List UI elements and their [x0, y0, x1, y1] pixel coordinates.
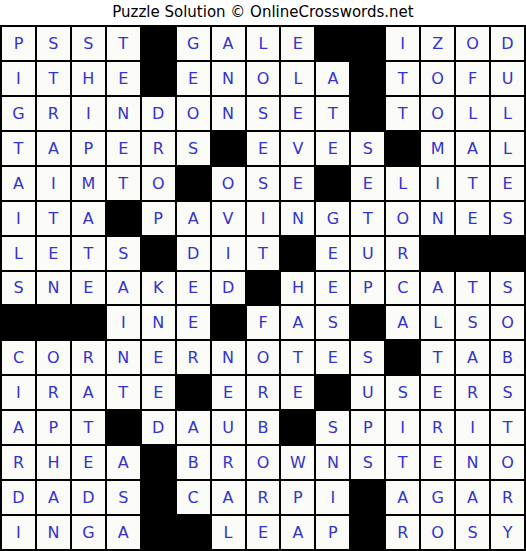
block-cell-r9c7 — [212, 306, 245, 339]
letter-cell-r2c1: I — [2, 62, 35, 95]
letter-cell-r1c15: D — [491, 27, 524, 60]
letter-cell-r4c15: L — [491, 132, 524, 165]
letter-cell-r2c12: T — [386, 62, 419, 95]
letter-cell-r10c8: O — [247, 341, 280, 374]
letter-cell-r4c6: S — [177, 132, 210, 165]
letter-cell-r2c9: L — [281, 62, 314, 95]
letter-cell-r11c13: E — [421, 376, 454, 409]
letter-cell-r13c3: E — [72, 446, 105, 479]
letter-cell-r4c8: E — [247, 132, 280, 165]
letter-cell-r5c4: T — [107, 167, 140, 200]
letter-cell-r3c9: E — [281, 97, 314, 130]
letter-cell-r1c9: E — [281, 27, 314, 60]
letter-cell-r1c14: O — [456, 27, 489, 60]
letter-cell-r8c5: K — [142, 272, 175, 305]
letter-cell-r3c5: D — [142, 97, 175, 130]
letter-cell-r10c14: A — [456, 341, 489, 374]
letter-cell-r3c4: N — [107, 97, 140, 130]
letter-cell-r8c10: E — [316, 272, 349, 305]
letter-cell-r4c5: R — [142, 132, 175, 165]
letter-cell-r8c14: T — [456, 272, 489, 305]
letter-cell-r11c15: S — [491, 376, 524, 409]
letter-cell-r10c1: C — [2, 341, 35, 374]
letter-cell-r4c11: S — [351, 132, 384, 165]
letter-cell-r6c6: A — [177, 202, 210, 235]
letter-cell-r12c12: I — [386, 411, 419, 444]
letter-cell-r15c3: G — [72, 516, 105, 549]
letter-cell-r6c3: A — [72, 202, 105, 235]
block-cell-r6c4 — [107, 202, 140, 235]
block-cell-r5c6 — [177, 167, 210, 200]
letter-cell-r6c8: I — [247, 202, 280, 235]
letter-cell-r15c14: S — [456, 516, 489, 549]
block-cell-r8c8 — [247, 272, 280, 305]
letter-cell-r2c13: O — [421, 62, 454, 95]
letter-cell-r6c1: I — [2, 202, 35, 235]
letter-cell-r12c11: P — [351, 411, 384, 444]
letter-cell-r14c12: A — [386, 481, 419, 514]
letter-cell-r11c8: R — [247, 376, 280, 409]
letter-cell-r8c1: S — [2, 272, 35, 305]
letter-cell-r10c11: S — [351, 341, 384, 374]
letter-cell-r6c15: S — [491, 202, 524, 235]
letter-cell-r12c13: R — [421, 411, 454, 444]
letter-cell-r11c3: A — [72, 376, 105, 409]
letter-cell-r10c6: R — [177, 341, 210, 374]
letter-cell-r2c4: E — [107, 62, 140, 95]
letter-cell-r11c7: E — [212, 376, 245, 409]
letter-cell-r15c1: I — [2, 516, 35, 549]
letter-cell-r7c8: T — [247, 237, 280, 270]
letter-cell-r9c14: S — [456, 306, 489, 339]
letter-cell-r15c13: O — [421, 516, 454, 549]
letter-cell-r1c1: P — [2, 27, 35, 60]
letter-cell-r12c5: D — [142, 411, 175, 444]
block-cell-r4c12 — [386, 132, 419, 165]
letter-cell-r7c1: L — [2, 237, 35, 270]
block-cell-r11c10 — [316, 376, 349, 409]
letter-cell-r14c15: R — [491, 481, 524, 514]
letter-cell-r8c6: E — [177, 272, 210, 305]
letter-cell-r15c4: A — [107, 516, 140, 549]
letter-cell-r8c11: P — [351, 272, 384, 305]
letter-cell-r9c10: S — [316, 306, 349, 339]
letter-cell-r3c3: I — [72, 97, 105, 130]
letter-cell-r11c14: R — [456, 376, 489, 409]
letter-cell-r8c2: N — [37, 272, 70, 305]
letter-cell-r1c12: I — [386, 27, 419, 60]
letter-cell-r6c7: V — [212, 202, 245, 235]
letter-cell-r10c10: E — [316, 341, 349, 374]
letter-cell-r13c15: O — [491, 446, 524, 479]
letter-cell-r10c4: N — [107, 341, 140, 374]
letter-cell-r5c9: E — [281, 167, 314, 200]
letter-cell-r6c13: N — [421, 202, 454, 235]
block-cell-r12c9 — [281, 411, 314, 444]
block-cell-r3c11 — [351, 97, 384, 130]
letter-cell-r14c7: A — [212, 481, 245, 514]
letter-cell-r13c13: E — [421, 446, 454, 479]
letter-cell-r12c8: B — [247, 411, 280, 444]
letter-cell-r4c9: V — [281, 132, 314, 165]
letter-cell-r12c10: S — [316, 411, 349, 444]
letter-cell-r6c9: N — [281, 202, 314, 235]
letter-cell-r9c8: F — [247, 306, 280, 339]
letter-cell-r12c6: A — [177, 411, 210, 444]
letter-cell-r15c12: R — [386, 516, 419, 549]
letter-cell-r5c2: I — [37, 167, 70, 200]
letter-cell-r8c9: H — [281, 272, 314, 305]
letter-cell-r5c8: S — [247, 167, 280, 200]
letter-cell-r2c2: T — [37, 62, 70, 95]
letter-cell-r7c7: I — [212, 237, 245, 270]
letter-cell-r15c9: A — [281, 516, 314, 549]
block-cell-r7c13 — [421, 237, 454, 270]
letter-cell-r15c15: Y — [491, 516, 524, 549]
letter-cell-r3c13: O — [421, 97, 454, 130]
letter-cell-r10c7: N — [212, 341, 245, 374]
block-cell-r4c7 — [212, 132, 245, 165]
letter-cell-r10c9: T — [281, 341, 314, 374]
letter-cell-r4c14: A — [456, 132, 489, 165]
letter-cell-r1c8: L — [247, 27, 280, 60]
letter-cell-r9c12: A — [386, 306, 419, 339]
letter-cell-r1c7: A — [212, 27, 245, 60]
letter-cell-r10c13: T — [421, 341, 454, 374]
letter-cell-r7c11: U — [351, 237, 384, 270]
letter-cell-r12c2: P — [37, 411, 70, 444]
letter-cell-r15c8: E — [247, 516, 280, 549]
letter-cell-r15c2: N — [37, 516, 70, 549]
letter-cell-r7c4: S — [107, 237, 140, 270]
letter-cell-r3c7: N — [212, 97, 245, 130]
letter-cell-r6c12: O — [386, 202, 419, 235]
letter-cell-r11c9: E — [281, 376, 314, 409]
letter-cell-r5c14: T — [456, 167, 489, 200]
letter-cell-r1c4: T — [107, 27, 140, 60]
letter-cell-r13c8: O — [247, 446, 280, 479]
letter-cell-r14c1: D — [2, 481, 35, 514]
letter-cell-r12c3: T — [72, 411, 105, 444]
block-cell-r11c6 — [177, 376, 210, 409]
letter-cell-r13c11: S — [351, 446, 384, 479]
letter-cell-r8c12: C — [386, 272, 419, 305]
letter-cell-r2c3: H — [72, 62, 105, 95]
letter-cell-r1c13: Z — [421, 27, 454, 60]
block-cell-r7c14 — [456, 237, 489, 270]
letter-cell-r11c5: E — [142, 376, 175, 409]
letter-cell-r9c15: O — [491, 306, 524, 339]
letter-cell-r13c7: R — [212, 446, 245, 479]
letter-cell-r6c10: G — [316, 202, 349, 235]
letter-cell-r3c2: R — [37, 97, 70, 130]
letter-cell-r13c14: N — [456, 446, 489, 479]
block-cell-r9c2 — [37, 306, 70, 339]
letter-cell-r12c7: U — [212, 411, 245, 444]
letter-cell-r3c14: L — [456, 97, 489, 130]
block-cell-r14c5 — [142, 481, 175, 514]
letter-cell-r14c4: S — [107, 481, 140, 514]
letter-cell-r11c11: U — [351, 376, 384, 409]
letter-cell-r10c3: R — [72, 341, 105, 374]
letter-cell-r12c15: T — [491, 411, 524, 444]
letter-cell-r3c6: O — [177, 97, 210, 130]
letter-cell-r3c10: T — [316, 97, 349, 130]
letter-cell-r12c14: I — [456, 411, 489, 444]
block-cell-r12c4 — [107, 411, 140, 444]
letter-cell-r11c2: R — [37, 376, 70, 409]
puzzle-solution-page: Puzzle Solution © OnlineCrosswords.net P… — [0, 0, 526, 551]
block-cell-r7c15 — [491, 237, 524, 270]
block-cell-r1c11 — [351, 27, 384, 60]
letter-cell-r9c6: E — [177, 306, 210, 339]
letter-cell-r4c2: A — [37, 132, 70, 165]
block-cell-r1c5 — [142, 27, 175, 60]
letter-cell-r6c5: P — [142, 202, 175, 235]
letter-cell-r5c7: O — [212, 167, 245, 200]
letter-cell-r15c10: P — [316, 516, 349, 549]
letter-cell-r2c15: U — [491, 62, 524, 95]
letter-cell-r2c8: O — [247, 62, 280, 95]
letter-cell-r9c13: L — [421, 306, 454, 339]
letter-cell-r10c15: B — [491, 341, 524, 374]
letter-cell-r1c3: S — [72, 27, 105, 60]
letter-cell-r5c13: I — [421, 167, 454, 200]
letter-cell-r5c11: E — [351, 167, 384, 200]
letter-cell-r14c8: R — [247, 481, 280, 514]
block-cell-r15c6 — [177, 516, 210, 549]
block-cell-r9c3 — [72, 306, 105, 339]
block-cell-r15c11 — [351, 516, 384, 549]
block-cell-r2c5 — [142, 62, 175, 95]
letter-cell-r7c3: T — [72, 237, 105, 270]
letter-cell-r3c1: G — [2, 97, 35, 130]
letter-cell-r14c10: I — [316, 481, 349, 514]
letter-cell-r10c5: E — [142, 341, 175, 374]
letter-cell-r13c9: W — [281, 446, 314, 479]
letter-cell-r12c1: A — [2, 411, 35, 444]
block-cell-r5c10 — [316, 167, 349, 200]
letter-cell-r14c6: C — [177, 481, 210, 514]
letter-cell-r8c7: D — [212, 272, 245, 305]
letter-cell-r5c3: M — [72, 167, 105, 200]
letter-cell-r8c4: A — [107, 272, 140, 305]
letter-cell-r14c13: G — [421, 481, 454, 514]
letter-cell-r4c10: E — [316, 132, 349, 165]
letter-cell-r4c3: P — [72, 132, 105, 165]
block-cell-r14c11 — [351, 481, 384, 514]
letter-cell-r3c12: T — [386, 97, 419, 130]
letter-cell-r8c3: E — [72, 272, 105, 305]
letter-cell-r7c2: E — [37, 237, 70, 270]
block-cell-r9c11 — [351, 306, 384, 339]
letter-cell-r7c10: E — [316, 237, 349, 270]
block-cell-r1c10 — [316, 27, 349, 60]
letter-cell-r8c13: A — [421, 272, 454, 305]
letter-cell-r11c12: S — [386, 376, 419, 409]
letter-cell-r6c14: E — [456, 202, 489, 235]
letter-cell-r13c2: H — [37, 446, 70, 479]
letter-cell-r13c1: R — [2, 446, 35, 479]
letter-cell-r7c6: D — [177, 237, 210, 270]
letter-cell-r9c4: I — [107, 306, 140, 339]
letter-cell-r2c10: A — [316, 62, 349, 95]
letter-cell-r2c7: N — [212, 62, 245, 95]
letter-cell-r4c13: M — [421, 132, 454, 165]
letter-cell-r13c10: N — [316, 446, 349, 479]
letter-cell-r11c4: T — [107, 376, 140, 409]
block-cell-r10c12 — [386, 341, 419, 374]
block-cell-r15c5 — [142, 516, 175, 549]
letter-cell-r15c7: L — [212, 516, 245, 549]
letter-cell-r5c12: L — [386, 167, 419, 200]
letter-cell-r2c6: E — [177, 62, 210, 95]
letter-cell-r8c15: S — [491, 272, 524, 305]
letter-cell-r1c6: G — [177, 27, 210, 60]
letter-cell-r5c15: E — [491, 167, 524, 200]
letter-cell-r14c2: A — [37, 481, 70, 514]
letter-cell-r9c9: A — [281, 306, 314, 339]
block-cell-r7c5 — [142, 237, 175, 270]
letter-cell-r13c4: A — [107, 446, 140, 479]
letter-cell-r7c12: R — [386, 237, 419, 270]
letter-cell-r1c2: S — [37, 27, 70, 60]
letter-cell-r14c9: P — [281, 481, 314, 514]
letter-cell-r10c2: O — [37, 341, 70, 374]
block-cell-r2c11 — [351, 62, 384, 95]
letter-cell-r14c14: A — [456, 481, 489, 514]
letter-cell-r4c4: E — [107, 132, 140, 165]
block-cell-r13c5 — [142, 446, 175, 479]
block-cell-r7c9 — [281, 237, 314, 270]
letter-cell-r13c6: B — [177, 446, 210, 479]
letter-cell-r2c14: F — [456, 62, 489, 95]
letter-cell-r13c12: T — [386, 446, 419, 479]
letter-cell-r11c1: I — [2, 376, 35, 409]
letter-cell-r3c15: L — [491, 97, 524, 130]
letter-cell-r5c1: A — [2, 167, 35, 200]
letter-cell-r9c5: N — [142, 306, 175, 339]
letter-cell-r6c11: T — [351, 202, 384, 235]
page-title: Puzzle Solution © OnlineCrosswords.net — [0, 0, 526, 25]
letter-cell-r3c8: S — [247, 97, 280, 130]
letter-cell-r4c1: T — [2, 132, 35, 165]
crossword-grid: PSSTGALEIZODITHEENOLATOFUGRINDONSETTOLLT… — [0, 25, 526, 551]
letter-cell-r14c3: D — [72, 481, 105, 514]
letter-cell-r5c5: O — [142, 167, 175, 200]
block-cell-r9c1 — [2, 306, 35, 339]
letter-cell-r6c2: T — [37, 202, 70, 235]
